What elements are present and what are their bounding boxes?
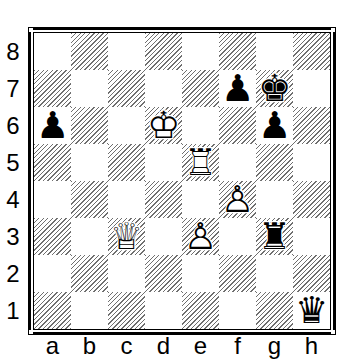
square-b6[interactable] <box>71 107 108 144</box>
frame-corner-notch <box>331 27 336 32</box>
frame-corner-notch <box>331 330 336 335</box>
square-b5[interactable] <box>71 144 108 181</box>
square-d5[interactable] <box>145 144 182 181</box>
square-d3[interactable] <box>145 218 182 255</box>
square-h5[interactable] <box>293 144 330 181</box>
square-g1[interactable] <box>256 292 293 329</box>
square-a8[interactable] <box>34 33 71 70</box>
file-label-c: c <box>108 333 145 359</box>
rank-label-3: 3 <box>2 218 24 255</box>
square-b4[interactable] <box>71 181 108 218</box>
black-pawn-piece: ♟ <box>256 107 293 144</box>
rank-label-5: 5 <box>2 144 24 181</box>
file-label-f: f <box>219 333 256 359</box>
white-king-piece: ♔ <box>145 107 182 144</box>
square-a7[interactable] <box>34 70 71 107</box>
rank-label-7: 7 <box>2 70 24 107</box>
square-a4[interactable] <box>34 181 71 218</box>
square-f3[interactable] <box>219 218 256 255</box>
square-c2[interactable] <box>108 255 145 292</box>
file-label-a: a <box>34 333 71 359</box>
square-c5[interactable] <box>108 144 145 181</box>
black-pawn-piece: ♟ <box>219 70 256 107</box>
square-f2[interactable] <box>219 255 256 292</box>
square-d6[interactable]: ♚♔ <box>145 107 182 144</box>
square-f7[interactable]: ♟♟ <box>219 70 256 107</box>
square-g6[interactable]: ♟♟ <box>256 107 293 144</box>
frame-corner-notch <box>28 27 33 32</box>
square-b8[interactable] <box>71 33 108 70</box>
square-h8[interactable] <box>293 33 330 70</box>
square-e5[interactable]: ♜♖ <box>182 144 219 181</box>
square-b7[interactable] <box>71 70 108 107</box>
square-a1[interactable] <box>34 292 71 329</box>
square-b3[interactable] <box>71 218 108 255</box>
rank-labels: 87654321 <box>2 33 24 329</box>
square-e7[interactable] <box>182 70 219 107</box>
square-g5[interactable] <box>256 144 293 181</box>
square-g8[interactable] <box>256 33 293 70</box>
board-frame: ♟♟♚♚♟♟♚♔♟♟♜♖♟♙♛♕♟♙♜♜♛♛ <box>28 27 336 335</box>
square-e2[interactable] <box>182 255 219 292</box>
rank-label-1: 1 <box>2 292 24 329</box>
square-d1[interactable] <box>145 292 182 329</box>
black-queen-piece: ♛ <box>293 292 330 329</box>
square-b1[interactable] <box>71 292 108 329</box>
black-pawn-piece: ♟ <box>34 107 71 144</box>
square-c3[interactable]: ♛♕ <box>108 218 145 255</box>
rank-label-4: 4 <box>2 181 24 218</box>
square-g4[interactable] <box>256 181 293 218</box>
square-g2[interactable] <box>256 255 293 292</box>
file-label-h: h <box>293 333 330 359</box>
black-rook-piece: ♜ <box>256 218 293 255</box>
frame-corner-notch <box>28 330 33 335</box>
white-pawn-piece: ♙ <box>219 181 256 218</box>
square-h4[interactable] <box>293 181 330 218</box>
square-h1[interactable]: ♛♛ <box>293 292 330 329</box>
square-g7[interactable]: ♚♚ <box>256 70 293 107</box>
square-c8[interactable] <box>108 33 145 70</box>
square-d4[interactable] <box>145 181 182 218</box>
white-pawn-piece: ♙ <box>182 218 219 255</box>
square-h7[interactable] <box>293 70 330 107</box>
square-c7[interactable] <box>108 70 145 107</box>
square-a5[interactable] <box>34 144 71 181</box>
square-a6[interactable]: ♟♟ <box>34 107 71 144</box>
square-e8[interactable] <box>182 33 219 70</box>
square-h6[interactable] <box>293 107 330 144</box>
file-labels: abcdefgh <box>34 333 330 359</box>
square-e4[interactable] <box>182 181 219 218</box>
rank-label-8: 8 <box>2 33 24 70</box>
chessboard-grid: ♟♟♚♚♟♟♚♔♟♟♜♖♟♙♛♕♟♙♜♜♛♛ <box>33 32 331 330</box>
square-d2[interactable] <box>145 255 182 292</box>
file-label-g: g <box>256 333 293 359</box>
square-a2[interactable] <box>34 255 71 292</box>
square-e1[interactable] <box>182 292 219 329</box>
file-label-d: d <box>145 333 182 359</box>
square-f6[interactable] <box>219 107 256 144</box>
square-b2[interactable] <box>71 255 108 292</box>
rank-label-2: 2 <box>2 255 24 292</box>
file-label-b: b <box>71 333 108 359</box>
file-label-e: e <box>182 333 219 359</box>
square-c4[interactable] <box>108 181 145 218</box>
square-e3[interactable]: ♟♙ <box>182 218 219 255</box>
square-c1[interactable] <box>108 292 145 329</box>
square-f1[interactable] <box>219 292 256 329</box>
square-h2[interactable] <box>293 255 330 292</box>
square-d8[interactable] <box>145 33 182 70</box>
white-rook-piece: ♖ <box>182 144 219 181</box>
white-queen-piece: ♕ <box>108 218 145 255</box>
square-h3[interactable] <box>293 218 330 255</box>
square-d7[interactable] <box>145 70 182 107</box>
rank-label-6: 6 <box>2 107 24 144</box>
square-f8[interactable] <box>219 33 256 70</box>
square-a3[interactable] <box>34 218 71 255</box>
black-king-piece: ♚ <box>256 70 293 107</box>
square-g3[interactable]: ♜♜ <box>256 218 293 255</box>
square-e6[interactable] <box>182 107 219 144</box>
square-f5[interactable] <box>219 144 256 181</box>
square-f4[interactable]: ♟♙ <box>219 181 256 218</box>
square-c6[interactable] <box>108 107 145 144</box>
